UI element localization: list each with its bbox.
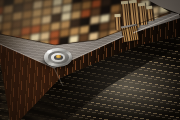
foot-brass-center <box>56 55 61 58</box>
photo-endgrain-cutting-board <box>0 0 180 120</box>
metal-foot <box>44 48 72 67</box>
stepped-edge-block <box>121 24 140 43</box>
